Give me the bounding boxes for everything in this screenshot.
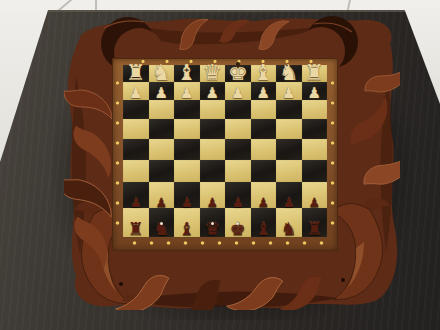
square-r8c2[interactable]: ♞	[149, 208, 175, 237]
white-pawn[interactable]: ♟	[180, 87, 193, 101]
black-pawn[interactable]: ♟	[206, 197, 218, 209]
square-r7c6[interactable]: ♟	[251, 182, 277, 208]
white-queen[interactable]: ♛	[202, 63, 222, 83]
square-r4c2[interactable]	[149, 119, 175, 139]
square-r6c6[interactable]	[251, 160, 277, 182]
white-pawn[interactable]: ♟	[231, 87, 244, 101]
square-r6c3[interactable]	[174, 160, 200, 182]
square-r4c8[interactable]	[302, 119, 328, 139]
white-pawn[interactable]: ♟	[129, 87, 142, 101]
square-r4c3[interactable]	[174, 119, 200, 139]
black-pawn[interactable]: ♟	[232, 197, 244, 209]
white-knight[interactable]: ♞	[279, 63, 299, 83]
square-r6c7[interactable]	[276, 160, 302, 182]
square-r1c5[interactable]: ♚	[225, 65, 251, 82]
square-r6c8[interactable]	[302, 160, 328, 182]
table-edge	[26, 10, 408, 12]
brass-studs-bottom	[121, 239, 329, 247]
white-pawn[interactable]: ♟	[155, 87, 168, 101]
square-r1c3[interactable]: ♝	[174, 65, 200, 82]
black-queen[interactable]: ♛	[204, 221, 220, 238]
square-r3c4[interactable]	[200, 100, 226, 119]
square-r4c7[interactable]	[276, 119, 302, 139]
black-rook[interactable]: ♜	[128, 221, 144, 238]
square-r5c8[interactable]	[302, 139, 328, 160]
square-r6c5[interactable]	[225, 160, 251, 182]
square-r8c7[interactable]: ♞	[276, 208, 302, 237]
white-king[interactable]: ♚	[228, 63, 248, 83]
black-rook[interactable]: ♜	[306, 221, 322, 238]
square-r1c1[interactable]: ♜	[123, 65, 149, 82]
black-pawn[interactable]: ♟	[181, 197, 193, 209]
square-r7c2[interactable]: ♟	[149, 182, 175, 208]
square-r3c8[interactable]	[302, 100, 328, 119]
board-border: ♜♞♝♛♚♝♞♜♟♟♟♟♟♟♟♟♟♟♟♟♟♟♟♟♜♞♝♛♚♝♞♜	[112, 58, 338, 251]
square-r4c1[interactable]	[123, 119, 149, 139]
square-r3c1[interactable]	[123, 100, 149, 119]
square-r8c1[interactable]: ♜	[123, 208, 149, 237]
black-pawn[interactable]: ♟	[155, 197, 167, 209]
white-bishop[interactable]: ♝	[253, 63, 273, 83]
square-r6c2[interactable]	[149, 160, 175, 182]
brass-studs-right	[329, 69, 336, 234]
white-bishop[interactable]: ♝	[177, 63, 197, 83]
square-r5c4[interactable]	[200, 139, 226, 160]
square-r7c5[interactable]: ♟	[225, 182, 251, 208]
square-r5c2[interactable]	[149, 139, 175, 160]
square-r5c3[interactable]	[174, 139, 200, 160]
white-pawn[interactable]: ♟	[282, 87, 295, 101]
square-r8c5[interactable]: ♚	[225, 208, 251, 237]
square-r5c5[interactable]	[225, 139, 251, 160]
square-r8c6[interactable]: ♝	[251, 208, 277, 237]
black-pawn[interactable]: ♟	[283, 197, 295, 209]
square-r7c4[interactable]: ♟	[200, 182, 226, 208]
black-pawn[interactable]: ♟	[308, 197, 320, 209]
square-r4c5[interactable]	[225, 119, 251, 139]
white-pawn[interactable]: ♟	[257, 87, 270, 101]
black-knight[interactable]: ♞	[153, 221, 169, 238]
square-r1c2[interactable]: ♞	[149, 65, 175, 82]
white-knight[interactable]: ♞	[151, 63, 171, 83]
square-r5c1[interactable]	[123, 139, 149, 160]
square-r1c4[interactable]: ♛	[200, 65, 226, 82]
black-bishop[interactable]: ♝	[179, 221, 195, 238]
black-knight[interactable]: ♞	[281, 221, 297, 238]
square-r1c7[interactable]: ♞	[276, 65, 302, 82]
square-r7c1[interactable]: ♟	[123, 182, 149, 208]
square-r8c4[interactable]: ♛	[200, 208, 226, 237]
square-r1c6[interactable]: ♝	[251, 65, 277, 82]
white-rook[interactable]: ♜	[304, 63, 324, 83]
square-r8c8[interactable]: ♜	[302, 208, 328, 237]
square-r5c7[interactable]	[276, 139, 302, 160]
square-r3c5[interactable]	[225, 100, 251, 119]
square-r3c2[interactable]	[149, 100, 175, 119]
square-r7c7[interactable]: ♟	[276, 182, 302, 208]
square-r1c8[interactable]: ♜	[302, 65, 328, 82]
white-pawn[interactable]: ♟	[206, 87, 219, 101]
square-r3c3[interactable]	[174, 100, 200, 119]
chess-board: ♜♞♝♛♚♝♞♜♟♟♟♟♟♟♟♟♟♟♟♟♟♟♟♟♜♞♝♛♚♝♞♜	[123, 65, 327, 237]
black-king[interactable]: ♚	[230, 221, 246, 238]
white-pawn[interactable]: ♟	[308, 87, 321, 101]
chess-set-photo: ♜♞♝♛♚♝♞♜♟♟♟♟♟♟♟♟♟♟♟♟♟♟♟♟♜♞♝♛♚♝♞♜	[0, 0, 440, 330]
square-r7c3[interactable]: ♟	[174, 182, 200, 208]
square-r6c4[interactable]	[200, 160, 226, 182]
square-r6c1[interactable]	[123, 160, 149, 182]
black-bishop[interactable]: ♝	[255, 221, 271, 238]
black-pawn[interactable]: ♟	[257, 197, 269, 209]
square-r5c6[interactable]	[251, 139, 277, 160]
square-r8c3[interactable]: ♝	[174, 208, 200, 237]
square-r4c4[interactable]	[200, 119, 226, 139]
white-rook[interactable]: ♜	[126, 63, 146, 83]
square-r3c6[interactable]	[251, 100, 277, 119]
square-r7c8[interactable]: ♟	[302, 182, 328, 208]
black-pawn[interactable]: ♟	[130, 197, 142, 209]
square-r3c7[interactable]	[276, 100, 302, 119]
square-r4c6[interactable]	[251, 119, 277, 139]
brass-studs-left	[114, 69, 121, 234]
